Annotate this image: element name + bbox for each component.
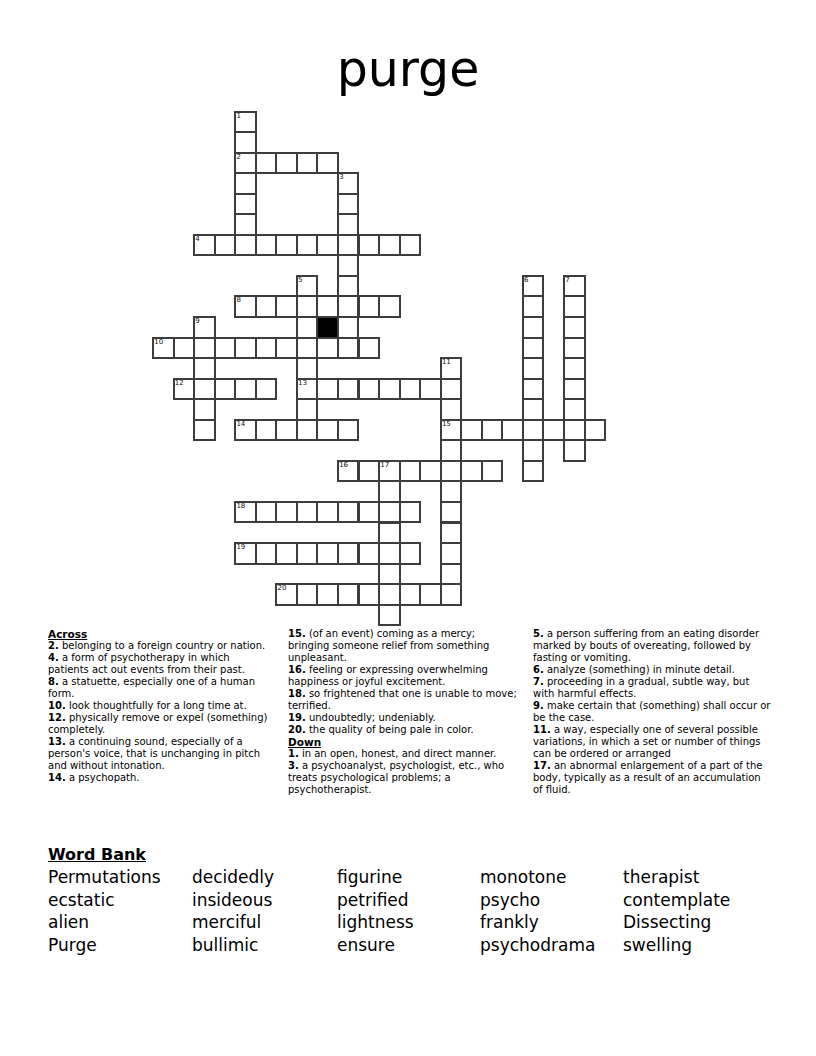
- word-bank-item: merciful: [192, 911, 274, 934]
- grid-cell[interactable]: [296, 542, 319, 565]
- clue-number-label: 8.: [48, 676, 59, 687]
- grid-cell[interactable]: [234, 337, 257, 360]
- word-bank-item: ecstatic: [48, 889, 161, 912]
- grid-cell[interactable]: [440, 563, 463, 586]
- grid-cell[interactable]: [275, 295, 298, 318]
- word-bank-item: petrified: [337, 889, 414, 912]
- grid-cell[interactable]: [337, 542, 360, 565]
- clue-number-label: 1.: [288, 748, 299, 759]
- grid-cell[interactable]: [378, 501, 401, 524]
- grid-cell[interactable]: [399, 460, 422, 483]
- clue-across-13: 13. a continuing sound, especially of a …: [48, 736, 270, 772]
- grid-cell[interactable]: [563, 378, 586, 401]
- grid-cell[interactable]: [296, 234, 319, 257]
- grid-cell[interactable]: [296, 295, 319, 318]
- clue-number-label: 12.: [48, 712, 66, 723]
- grid-cell[interactable]: [522, 337, 545, 360]
- grid-cell[interactable]: [563, 439, 586, 462]
- clue-across-18: 18. so frightened that one is unable to …: [288, 688, 518, 712]
- clue-number-label: 16.: [288, 664, 306, 675]
- cell-number-16: 16: [339, 462, 348, 469]
- clue-down-3: 3. a psychoanalyst, psychologist, etc., …: [288, 760, 518, 796]
- cell-number-6: 6: [524, 277, 528, 284]
- clue-down-11: 11. a way, especially one of several pos…: [533, 724, 773, 760]
- grid-cell[interactable]: [316, 542, 339, 565]
- grid-cell[interactable]: [440, 522, 463, 545]
- grid-cell[interactable]: [481, 460, 504, 483]
- grid-cell[interactable]: [563, 295, 586, 318]
- grid-cell[interactable]: [522, 460, 545, 483]
- black-cell: [316, 316, 339, 339]
- grid-cell[interactable]: [440, 583, 463, 606]
- word-bank-item: alien: [48, 911, 161, 934]
- grid-cell[interactable]: [275, 234, 298, 257]
- grid-cell[interactable]: [337, 275, 360, 298]
- grid-cell[interactable]: [522, 378, 545, 401]
- word-bank-item: therapist: [623, 866, 730, 889]
- clue-across-14: 14. a psychopath.: [48, 772, 270, 784]
- grid-cell[interactable]: [358, 460, 381, 483]
- grid-cell[interactable]: [337, 583, 360, 606]
- grid-cell[interactable]: [193, 378, 216, 401]
- clue-number-label: 13.: [48, 736, 66, 747]
- clue-number-label: 6.: [533, 664, 544, 675]
- clue-column-2: 15. (of an event) coming as a mercy; bri…: [288, 628, 518, 796]
- grid-cell[interactable]: [337, 213, 360, 236]
- word-bank-column-5: therapistcontemplateDissectingswelling: [623, 866, 730, 956]
- grid-cell[interactable]: [358, 501, 381, 524]
- grid-cell[interactable]: [542, 419, 565, 442]
- clue-number-label: 5.: [533, 628, 544, 639]
- word-bank-item: Permutations: [48, 866, 161, 889]
- word-bank-column-3: figurinepetrifiedlightnessensure: [337, 866, 414, 956]
- clue-number-label: 15.: [288, 628, 306, 639]
- grid-cell[interactable]: [275, 419, 298, 442]
- grid-cell[interactable]: [460, 460, 483, 483]
- clue-across-12: 12. physically remove or expel (somethin…: [48, 712, 270, 736]
- clue-column-3: 5. a person suffering from an eating dis…: [533, 628, 773, 796]
- grid-cell[interactable]: [275, 337, 298, 360]
- grid-cell[interactable]: [522, 419, 545, 442]
- clue-number-label: 7.: [533, 676, 544, 687]
- cell-number-20: 20: [278, 585, 287, 592]
- grid-cell[interactable]: [378, 583, 401, 606]
- grid-cell[interactable]: [234, 213, 257, 236]
- word-bank-item: psycho: [480, 889, 595, 912]
- word-bank-item: lightness: [337, 911, 414, 934]
- grid-cell[interactable]: [440, 439, 463, 462]
- grid-cell[interactable]: [378, 480, 401, 503]
- grid-cell[interactable]: [419, 460, 442, 483]
- grid-cell[interactable]: [378, 522, 401, 545]
- word-bank-column-2: decidedlyinsideousmercifulbullimic: [192, 866, 274, 956]
- cell-number-5: 5: [298, 277, 302, 284]
- grid-cell[interactable]: [296, 357, 319, 380]
- grid-cell[interactable]: [193, 419, 216, 442]
- grid-cell[interactable]: [358, 583, 381, 606]
- grid-cell[interactable]: [193, 357, 216, 380]
- grid-cell[interactable]: [275, 152, 298, 175]
- down-header: Down: [288, 736, 518, 748]
- grid-cell[interactable]: [337, 234, 360, 257]
- grid-cell[interactable]: [296, 583, 319, 606]
- clue-down-1: 1. in an open, honest, and direct manner…: [288, 748, 518, 760]
- cell-number-19: 19: [236, 544, 245, 551]
- grid-cell[interactable]: [563, 316, 586, 339]
- clue-number-label: 4.: [48, 652, 59, 663]
- grid-cell[interactable]: [296, 316, 319, 339]
- cell-number-14: 14: [236, 421, 245, 428]
- grid-cell[interactable]: [358, 378, 381, 401]
- grid-cell[interactable]: [337, 254, 360, 277]
- grid-cell[interactable]: [316, 583, 339, 606]
- clue-across-2: 2. belonging to a foreign country or nat…: [48, 640, 270, 652]
- cell-number-12: 12: [175, 380, 184, 387]
- grid-cell[interactable]: [399, 501, 422, 524]
- grid-cell[interactable]: [563, 398, 586, 421]
- grid-cell[interactable]: [337, 316, 360, 339]
- clue-number-label: 18.: [288, 688, 306, 699]
- clue-number-label: 14.: [48, 772, 66, 783]
- grid-cell[interactable]: [337, 501, 360, 524]
- grid-cell[interactable]: [399, 234, 422, 257]
- cell-number-13: 13: [298, 380, 307, 387]
- grid-cell[interactable]: [440, 501, 463, 524]
- cell-number-8: 8: [236, 297, 240, 304]
- grid-cell[interactable]: [255, 378, 278, 401]
- clue-down-7: 7. proceeding in a gradual, subtle way, …: [533, 676, 773, 700]
- clue-across-10: 10. look thoughtfully for a long time at…: [48, 700, 270, 712]
- grid-cell[interactable]: [337, 378, 360, 401]
- grid-cell[interactable]: [214, 378, 237, 401]
- word-bank-item: insideous: [192, 889, 274, 912]
- grid-cell[interactable]: [255, 295, 278, 318]
- grid-cell[interactable]: [563, 337, 586, 360]
- grid-cell[interactable]: [440, 460, 463, 483]
- grid-cell[interactable]: [358, 542, 381, 565]
- grid-cell[interactable]: [255, 337, 278, 360]
- grid-cell[interactable]: [296, 501, 319, 524]
- grid-cell[interactable]: [316, 152, 339, 175]
- grid-cell[interactable]: [440, 480, 463, 503]
- grid-cell[interactable]: [419, 583, 442, 606]
- crossword-grid: 1234567891011121314151617181920: [0, 0, 816, 650]
- clue-down-9: 9. make certain that (something) shall o…: [533, 700, 773, 724]
- across-header: Across: [48, 628, 270, 640]
- word-bank-item: Dissecting: [623, 911, 730, 934]
- grid-cell[interactable]: [234, 378, 257, 401]
- word-bank-item: monotone: [480, 866, 595, 889]
- grid-cell[interactable]: [378, 563, 401, 586]
- grid-cell[interactable]: [193, 398, 216, 421]
- cell-number-11: 11: [442, 359, 451, 366]
- grid-cell[interactable]: [440, 378, 463, 401]
- worksheet-page: purge 1234567891011121314151617181920 Ac…: [0, 0, 816, 1056]
- grid-cell[interactable]: [193, 337, 216, 360]
- grid-cell[interactable]: [378, 234, 401, 257]
- clue-number-label: 3.: [288, 760, 299, 771]
- grid-cell[interactable]: [296, 152, 319, 175]
- clue-across-15: 15. (of an event) coming as a mercy; bri…: [288, 628, 518, 664]
- clue-down-17: 17. an abnormal enlargement of a part of…: [533, 760, 773, 796]
- clue-down-6: 6. analyze (something) in minute detail.: [533, 664, 773, 676]
- grid-cell[interactable]: [234, 131, 257, 154]
- word-bank-item: contemplate: [623, 889, 730, 912]
- grid-cell[interactable]: [399, 583, 422, 606]
- grid-cell[interactable]: [255, 419, 278, 442]
- grid-cell[interactable]: [358, 337, 381, 360]
- grid-cell[interactable]: [522, 439, 545, 462]
- clue-across-20: 20. the quality of being pale in color.: [288, 724, 518, 736]
- clue-across-19: 19. undoubtedly; undeniably.: [288, 712, 518, 724]
- cell-number-17: 17: [380, 462, 389, 469]
- clue-number-label: 11.: [533, 724, 551, 735]
- grid-cell[interactable]: [440, 398, 463, 421]
- grid-cell[interactable]: [296, 419, 319, 442]
- clue-across-8: 8. a statuette, especially one of a huma…: [48, 676, 270, 700]
- word-bank-column-4: monotonepsychofranklypsychodrama: [480, 866, 595, 956]
- grid-cell[interactable]: [522, 398, 545, 421]
- cell-number-15: 15: [442, 421, 451, 428]
- word-bank-header: Word Bank: [48, 845, 146, 864]
- clue-number-label: 20.: [288, 724, 306, 735]
- grid-cell[interactable]: [173, 337, 196, 360]
- cell-number-2: 2: [236, 154, 240, 161]
- clue-across-4: 4. a form of psychotherapy in which pati…: [48, 652, 270, 676]
- grid-cell[interactable]: [337, 295, 360, 318]
- grid-cell[interactable]: [378, 295, 401, 318]
- word-bank-item: ensure: [337, 934, 414, 957]
- grid-cell[interactable]: [501, 419, 524, 442]
- grid-cell[interactable]: [399, 378, 422, 401]
- grid-cell[interactable]: [316, 501, 339, 524]
- grid-cell[interactable]: [419, 378, 442, 401]
- grid-cell[interactable]: [399, 542, 422, 565]
- grid-cell[interactable]: [378, 542, 401, 565]
- cell-number-10: 10: [154, 339, 163, 346]
- grid-cell[interactable]: [522, 357, 545, 380]
- grid-cell[interactable]: [378, 604, 401, 627]
- word-bank-item: psychodrama: [480, 934, 595, 957]
- grid-cell[interactable]: [378, 378, 401, 401]
- word-bank-item: bullimic: [192, 934, 274, 957]
- grid-cell[interactable]: [296, 398, 319, 421]
- grid-cell[interactable]: [337, 419, 360, 442]
- grid-cell[interactable]: [316, 337, 339, 360]
- word-bank-item: Purge: [48, 934, 161, 957]
- cell-number-1: 1: [236, 113, 240, 120]
- grid-cell[interactable]: [563, 419, 586, 442]
- grid-cell[interactable]: [563, 357, 586, 380]
- clue-number-label: 10.: [48, 700, 66, 711]
- clue-number-label: 19.: [288, 712, 306, 723]
- clue-number-label: 9.: [533, 700, 544, 711]
- grid-cell[interactable]: [316, 419, 339, 442]
- grid-cell[interactable]: [275, 542, 298, 565]
- clue-number-label: 17.: [533, 760, 551, 771]
- grid-cell[interactable]: [255, 152, 278, 175]
- word-bank-item: decidedly: [192, 866, 274, 889]
- grid-cell[interactable]: [522, 295, 545, 318]
- clue-across-16: 16. feeling or expressing overwhelming h…: [288, 664, 518, 688]
- clue-down-5: 5. a person suffering from an eating dis…: [533, 628, 773, 664]
- cell-number-4: 4: [195, 236, 199, 243]
- grid-cell[interactable]: [214, 337, 237, 360]
- clue-column-1: Across2. belonging to a foreign country …: [48, 628, 270, 784]
- grid-cell[interactable]: [460, 419, 483, 442]
- grid-cell[interactable]: [234, 172, 257, 195]
- grid-cell[interactable]: [275, 501, 298, 524]
- grid-cell[interactable]: [234, 193, 257, 216]
- word-bank-item: frankly: [480, 911, 595, 934]
- grid-cell[interactable]: [337, 193, 360, 216]
- grid-cell[interactable]: [337, 337, 360, 360]
- grid-cell[interactable]: [358, 295, 381, 318]
- word-bank-item: swelling: [623, 934, 730, 957]
- grid-cell[interactable]: [316, 378, 339, 401]
- grid-cell[interactable]: [255, 542, 278, 565]
- cell-number-7: 7: [565, 277, 569, 284]
- grid-cell[interactable]: [296, 337, 319, 360]
- grid-cell[interactable]: [522, 316, 545, 339]
- grid-cell[interactable]: [584, 419, 607, 442]
- grid-cell[interactable]: [214, 234, 237, 257]
- grid-cell[interactable]: [316, 234, 339, 257]
- cell-number-18: 18: [236, 503, 245, 510]
- grid-cell[interactable]: [234, 234, 257, 257]
- grid-cell[interactable]: [440, 542, 463, 565]
- word-bank-column-1: PermutationsecstaticalienPurge: [48, 866, 161, 956]
- grid-cell[interactable]: [316, 295, 339, 318]
- grid-cell[interactable]: [255, 234, 278, 257]
- clue-number-label: 2.: [48, 640, 59, 651]
- grid-cell[interactable]: [358, 234, 381, 257]
- grid-cell[interactable]: [481, 419, 504, 442]
- cell-number-9: 9: [195, 318, 199, 325]
- cell-number-3: 3: [339, 174, 343, 181]
- grid-cell[interactable]: [255, 501, 278, 524]
- word-bank-item: figurine: [337, 866, 414, 889]
